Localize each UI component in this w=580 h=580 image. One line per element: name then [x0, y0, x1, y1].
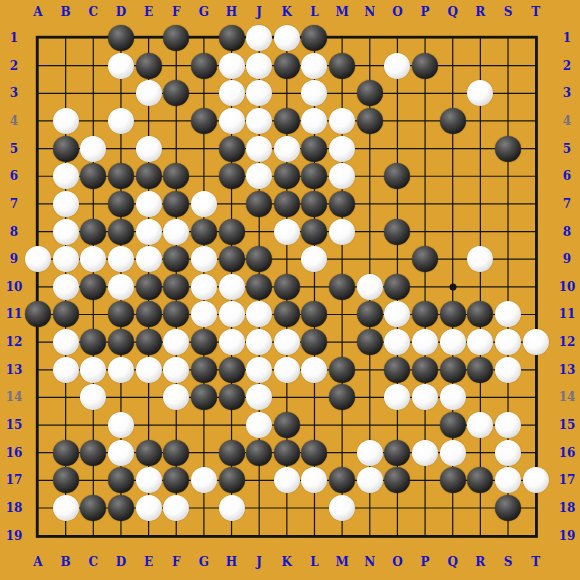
column-label-top-N: N: [364, 6, 375, 18]
stone-black-K10[interactable]: [274, 274, 300, 300]
column-label-bottom-S: S: [504, 556, 513, 568]
stone-black-S18[interactable]: [495, 495, 521, 521]
stone-black-F9[interactable]: [163, 246, 189, 272]
stone-black-C10[interactable]: [80, 274, 106, 300]
stone-white-J14[interactable]: [246, 384, 272, 410]
stone-white-L13[interactable]: [301, 357, 327, 383]
column-label-top-S: S: [504, 6, 513, 18]
stone-white-S15[interactable]: [495, 412, 521, 438]
stone-black-Q4[interactable]: [440, 108, 466, 134]
stone-black-F7[interactable]: [163, 191, 189, 217]
stone-black-L7[interactable]: [301, 191, 327, 217]
column-label-bottom-F: F: [172, 556, 181, 568]
stone-black-N12[interactable]: [357, 329, 383, 355]
stone-black-K2[interactable]: [274, 53, 300, 79]
stone-black-L16[interactable]: [301, 440, 327, 466]
stone-black-N3[interactable]: [357, 80, 383, 106]
stone-white-E7[interactable]: [136, 191, 162, 217]
stone-black-O16[interactable]: [384, 440, 410, 466]
row-label-right-6: 6: [563, 170, 571, 182]
stone-white-A9[interactable]: [25, 246, 51, 272]
row-label-right-16: 16: [559, 447, 576, 459]
stone-black-L5[interactable]: [301, 136, 327, 162]
row-label-right-11: 11: [559, 308, 576, 320]
stone-white-S13[interactable]: [495, 357, 521, 383]
column-label-bottom-K: K: [282, 556, 292, 568]
stone-white-M6[interactable]: [329, 163, 355, 189]
column-label-bottom-M: M: [335, 556, 348, 568]
stone-black-Q15[interactable]: [440, 412, 466, 438]
stone-white-E8[interactable]: [136, 219, 162, 245]
stone-white-J5[interactable]: [246, 136, 272, 162]
stone-white-H12[interactable]: [219, 329, 245, 355]
stone-black-F3[interactable]: [163, 80, 189, 106]
stone-white-H3[interactable]: [219, 80, 245, 106]
stone-white-K1[interactable]: [274, 25, 300, 51]
stone-white-J6[interactable]: [246, 163, 272, 189]
go-board-screen: AABBCCDDEEFFGGHHJJKKLLMMNNOOPPQQRRSSTT11…: [0, 0, 580, 580]
stone-black-H13[interactable]: [219, 357, 245, 383]
stone-white-S12[interactable]: [495, 329, 521, 355]
row-label-left-4: 4: [10, 115, 18, 127]
column-label-bottom-O: O: [392, 556, 402, 568]
stone-black-O17[interactable]: [384, 467, 410, 493]
row-label-left-9: 9: [10, 253, 18, 265]
stone-white-P16[interactable]: [412, 440, 438, 466]
stone-black-Q13[interactable]: [440, 357, 466, 383]
stone-white-O11[interactable]: [384, 301, 410, 327]
row-label-left-16: 16: [6, 447, 23, 459]
stone-black-G13[interactable]: [191, 357, 217, 383]
row-label-right-3: 3: [563, 87, 571, 99]
stone-black-P11[interactable]: [412, 301, 438, 327]
stone-white-B10[interactable]: [53, 274, 79, 300]
row-label-left-13: 13: [6, 364, 23, 376]
stone-white-K17[interactable]: [274, 467, 300, 493]
stone-white-K12[interactable]: [274, 329, 300, 355]
column-label-top-J: J: [256, 6, 262, 18]
row-label-right-5: 5: [563, 143, 571, 155]
stone-white-Q16[interactable]: [440, 440, 466, 466]
stone-white-Q14[interactable]: [440, 384, 466, 410]
stone-white-C9[interactable]: [80, 246, 106, 272]
stone-black-D7[interactable]: [108, 191, 134, 217]
column-label-top-L: L: [310, 6, 318, 18]
column-label-top-C: C: [89, 6, 99, 18]
stone-white-K5[interactable]: [274, 136, 300, 162]
row-label-right-8: 8: [563, 226, 571, 238]
stone-black-C18[interactable]: [80, 495, 106, 521]
stone-black-D8[interactable]: [108, 219, 134, 245]
column-label-top-R: R: [475, 6, 485, 18]
row-label-right-18: 18: [559, 502, 576, 514]
stone-black-L8[interactable]: [301, 219, 327, 245]
stone-black-K6[interactable]: [274, 163, 300, 189]
stone-black-R11[interactable]: [467, 301, 493, 327]
stone-black-C6[interactable]: [80, 163, 106, 189]
row-label-left-1: 1: [10, 32, 18, 44]
stone-white-M5[interactable]: [329, 136, 355, 162]
stone-white-F14[interactable]: [163, 384, 189, 410]
stone-black-G4[interactable]: [191, 108, 217, 134]
stone-black-B11[interactable]: [53, 301, 79, 327]
stone-black-L12[interactable]: [301, 329, 327, 355]
column-label-bottom-J: J: [256, 556, 262, 568]
stone-black-O10[interactable]: [384, 274, 410, 300]
stone-black-M13[interactable]: [329, 357, 355, 383]
stone-black-Q17[interactable]: [440, 467, 466, 493]
stone-black-M10[interactable]: [329, 274, 355, 300]
stone-white-F12[interactable]: [163, 329, 189, 355]
stone-black-G14[interactable]: [191, 384, 217, 410]
row-label-right-17: 17: [559, 474, 576, 486]
stone-white-B4[interactable]: [53, 108, 79, 134]
stone-black-O6[interactable]: [384, 163, 410, 189]
stone-black-K11[interactable]: [274, 301, 300, 327]
stone-white-B6[interactable]: [53, 163, 79, 189]
stone-white-D2[interactable]: [108, 53, 134, 79]
star-point-Q10: [449, 283, 456, 290]
column-label-bottom-Q: Q: [447, 556, 457, 568]
stone-black-H16[interactable]: [219, 440, 245, 466]
stone-black-D6[interactable]: [108, 163, 134, 189]
stone-white-H18[interactable]: [219, 495, 245, 521]
stone-white-B9[interactable]: [53, 246, 79, 272]
stone-black-B16[interactable]: [53, 440, 79, 466]
stone-white-J12[interactable]: [246, 329, 272, 355]
stone-white-P12[interactable]: [412, 329, 438, 355]
stone-white-B7[interactable]: [53, 191, 79, 217]
stone-black-P2[interactable]: [412, 53, 438, 79]
stone-black-J7[interactable]: [246, 191, 272, 217]
stone-black-B5[interactable]: [53, 136, 79, 162]
stone-black-N11[interactable]: [357, 301, 383, 327]
stone-white-L2[interactable]: [301, 53, 327, 79]
column-label-bottom-G: G: [199, 556, 209, 568]
stone-white-M18[interactable]: [329, 495, 355, 521]
stone-black-F11[interactable]: [163, 301, 189, 327]
stone-white-E18[interactable]: [136, 495, 162, 521]
row-label-right-10: 10: [559, 281, 576, 293]
stone-white-E9[interactable]: [136, 246, 162, 272]
stone-black-E6[interactable]: [136, 163, 162, 189]
stone-black-G12[interactable]: [191, 329, 217, 355]
stone-white-R15[interactable]: [467, 412, 493, 438]
stone-black-S5[interactable]: [495, 136, 521, 162]
row-label-left-15: 15: [6, 419, 23, 431]
row-label-right-14: 14: [559, 391, 576, 403]
stone-black-D17[interactable]: [108, 467, 134, 493]
column-label-top-T: T: [531, 6, 540, 18]
stone-white-F8[interactable]: [163, 219, 189, 245]
stone-black-F6[interactable]: [163, 163, 189, 189]
stone-white-D15[interactable]: [108, 412, 134, 438]
stone-white-R12[interactable]: [467, 329, 493, 355]
column-label-top-F: F: [172, 6, 181, 18]
stone-white-L4[interactable]: [301, 108, 327, 134]
row-label-left-17: 17: [6, 474, 23, 486]
stone-black-H9[interactable]: [219, 246, 245, 272]
stone-white-K13[interactable]: [274, 357, 300, 383]
column-label-top-D: D: [116, 6, 126, 18]
stone-black-M2[interactable]: [329, 53, 355, 79]
column-label-top-G: G: [199, 6, 209, 18]
stone-white-J1[interactable]: [246, 25, 272, 51]
stone-black-H14[interactable]: [219, 384, 245, 410]
stone-black-N4[interactable]: [357, 108, 383, 134]
column-label-top-H: H: [226, 6, 237, 18]
stone-white-F13[interactable]: [163, 357, 189, 383]
stone-white-P14[interactable]: [412, 384, 438, 410]
stone-white-N10[interactable]: [357, 274, 383, 300]
row-label-right-19: 19: [559, 530, 576, 542]
column-label-bottom-T: T: [531, 556, 540, 568]
stone-white-J2[interactable]: [246, 53, 272, 79]
stone-white-D10[interactable]: [108, 274, 134, 300]
stone-black-E11[interactable]: [136, 301, 162, 327]
stone-white-D4[interactable]: [108, 108, 134, 134]
stone-black-K7[interactable]: [274, 191, 300, 217]
stone-white-M8[interactable]: [329, 219, 355, 245]
row-label-left-3: 3: [10, 87, 18, 99]
stone-white-H4[interactable]: [219, 108, 245, 134]
stone-white-J11[interactable]: [246, 301, 272, 327]
stone-white-C5[interactable]: [80, 136, 106, 162]
stone-white-L17[interactable]: [301, 467, 327, 493]
row-label-right-12: 12: [559, 336, 576, 348]
stone-black-R17[interactable]: [467, 467, 493, 493]
stone-black-J16[interactable]: [246, 440, 272, 466]
stone-black-B17[interactable]: [53, 467, 79, 493]
stone-black-L6[interactable]: [301, 163, 327, 189]
stone-black-P13[interactable]: [412, 357, 438, 383]
stone-white-D13[interactable]: [108, 357, 134, 383]
row-label-left-6: 6: [10, 170, 18, 182]
stone-black-D11[interactable]: [108, 301, 134, 327]
row-label-right-4: 4: [563, 115, 571, 127]
stone-white-E17[interactable]: [136, 467, 162, 493]
stone-white-E5[interactable]: [136, 136, 162, 162]
stone-white-R9[interactable]: [467, 246, 493, 272]
stone-black-H17[interactable]: [219, 467, 245, 493]
row-label-left-19: 19: [6, 530, 23, 542]
row-label-left-18: 18: [6, 502, 23, 514]
row-label-right-13: 13: [559, 364, 576, 376]
column-label-bottom-C: C: [89, 556, 99, 568]
column-label-top-B: B: [61, 6, 71, 18]
stone-black-C12[interactable]: [80, 329, 106, 355]
stone-black-D12[interactable]: [108, 329, 134, 355]
stone-black-C8[interactable]: [80, 219, 106, 245]
column-label-top-Q: Q: [447, 6, 457, 18]
stone-white-G11[interactable]: [191, 301, 217, 327]
stone-black-G8[interactable]: [191, 219, 217, 245]
stone-black-E16[interactable]: [136, 440, 162, 466]
stone-white-L9[interactable]: [301, 246, 327, 272]
stone-black-L1[interactable]: [301, 25, 327, 51]
stone-white-L3[interactable]: [301, 80, 327, 106]
row-label-right-7: 7: [563, 198, 571, 210]
column-label-bottom-B: B: [61, 556, 71, 568]
column-label-bottom-A: A: [33, 556, 42, 568]
stone-black-F16[interactable]: [163, 440, 189, 466]
stone-white-O2[interactable]: [384, 53, 410, 79]
column-label-bottom-H: H: [226, 556, 237, 568]
stone-white-J13[interactable]: [246, 357, 272, 383]
stone-white-B8[interactable]: [53, 219, 79, 245]
stone-white-O14[interactable]: [384, 384, 410, 410]
column-label-bottom-R: R: [475, 556, 485, 568]
stone-white-G17[interactable]: [191, 467, 217, 493]
stone-white-H2[interactable]: [219, 53, 245, 79]
stone-white-S17[interactable]: [495, 467, 521, 493]
stone-black-K16[interactable]: [274, 440, 300, 466]
row-label-right-15: 15: [559, 419, 576, 431]
stone-black-M14[interactable]: [329, 384, 355, 410]
stone-white-D16[interactable]: [108, 440, 134, 466]
stone-black-D1[interactable]: [108, 25, 134, 51]
stone-white-J4[interactable]: [246, 108, 272, 134]
column-label-top-O: O: [392, 6, 402, 18]
column-label-top-K: K: [282, 6, 292, 18]
stone-white-G7[interactable]: [191, 191, 217, 217]
stone-black-J10[interactable]: [246, 274, 272, 300]
stone-white-C13[interactable]: [80, 357, 106, 383]
stone-white-G10[interactable]: [191, 274, 217, 300]
stone-black-A11[interactable]: [25, 301, 51, 327]
stone-white-J15[interactable]: [246, 412, 272, 438]
stone-white-H11[interactable]: [219, 301, 245, 327]
row-label-left-11: 11: [6, 308, 23, 320]
row-label-right-9: 9: [563, 253, 571, 265]
column-label-top-E: E: [144, 6, 153, 18]
stone-black-P9[interactable]: [412, 246, 438, 272]
stone-white-B12[interactable]: [53, 329, 79, 355]
stone-black-F10[interactable]: [163, 274, 189, 300]
stone-black-K4[interactable]: [274, 108, 300, 134]
column-label-bottom-P: P: [421, 556, 430, 568]
stone-white-B18[interactable]: [53, 495, 79, 521]
stone-black-R13[interactable]: [467, 357, 493, 383]
column-label-top-A: A: [33, 6, 42, 18]
stone-white-N16[interactable]: [357, 440, 383, 466]
stone-black-H6[interactable]: [219, 163, 245, 189]
stone-white-F18[interactable]: [163, 495, 189, 521]
stone-black-O8[interactable]: [384, 219, 410, 245]
stone-white-D9[interactable]: [108, 246, 134, 272]
stone-black-H1[interactable]: [219, 25, 245, 51]
stone-black-E2[interactable]: [136, 53, 162, 79]
stone-black-M17[interactable]: [329, 467, 355, 493]
stone-black-F1[interactable]: [163, 25, 189, 51]
stone-black-H5[interactable]: [219, 136, 245, 162]
stone-black-G2[interactable]: [191, 53, 217, 79]
stone-black-F17[interactable]: [163, 467, 189, 493]
stone-white-E3[interactable]: [136, 80, 162, 106]
stone-black-D18[interactable]: [108, 495, 134, 521]
row-label-left-12: 12: [6, 336, 23, 348]
column-label-bottom-N: N: [364, 556, 375, 568]
stone-white-T17[interactable]: [523, 467, 549, 493]
column-label-bottom-E: E: [144, 556, 153, 568]
stone-black-J9[interactable]: [246, 246, 272, 272]
stone-black-O13[interactable]: [384, 357, 410, 383]
row-label-left-14: 14: [6, 391, 23, 403]
column-label-top-P: P: [421, 6, 430, 18]
row-label-left-7: 7: [10, 198, 18, 210]
stone-black-H8[interactable]: [219, 219, 245, 245]
stone-white-T12[interactable]: [523, 329, 549, 355]
column-label-top-M: M: [335, 6, 348, 18]
stone-black-E10[interactable]: [136, 274, 162, 300]
stone-black-E12[interactable]: [136, 329, 162, 355]
row-label-left-2: 2: [10, 60, 18, 72]
row-label-left-5: 5: [10, 143, 18, 155]
row-label-right-2: 2: [563, 60, 571, 72]
stone-white-N17[interactable]: [357, 467, 383, 493]
column-label-bottom-D: D: [116, 556, 126, 568]
row-label-left-10: 10: [6, 281, 23, 293]
stone-white-E13[interactable]: [136, 357, 162, 383]
column-label-bottom-L: L: [310, 556, 318, 568]
row-label-left-8: 8: [10, 226, 18, 238]
stone-white-Q12[interactable]: [440, 329, 466, 355]
stone-white-S11[interactable]: [495, 301, 521, 327]
stone-white-H10[interactable]: [219, 274, 245, 300]
stone-white-S16[interactable]: [495, 440, 521, 466]
stone-black-C16[interactable]: [80, 440, 106, 466]
stone-black-Q11[interactable]: [440, 301, 466, 327]
stone-white-K8[interactable]: [274, 219, 300, 245]
stone-black-K15[interactable]: [274, 412, 300, 438]
stone-white-O12[interactable]: [384, 329, 410, 355]
stone-white-J3[interactable]: [246, 80, 272, 106]
stone-black-M7[interactable]: [329, 191, 355, 217]
stone-white-G9[interactable]: [191, 246, 217, 272]
stone-white-M4[interactable]: [329, 108, 355, 134]
stone-white-R3[interactable]: [467, 80, 493, 106]
row-label-right-1: 1: [563, 32, 571, 44]
stone-black-L11[interactable]: [301, 301, 327, 327]
stone-white-B13[interactable]: [53, 357, 79, 383]
stone-white-C14[interactable]: [80, 384, 106, 410]
